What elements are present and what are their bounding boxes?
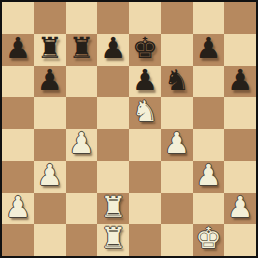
square-h6[interactable]: ♟: [224, 66, 256, 98]
square-a6[interactable]: [2, 66, 34, 98]
square-c7[interactable]: ♜: [66, 34, 98, 66]
square-h8[interactable]: [224, 2, 256, 34]
piece-black-pawn[interactable]: ♟: [37, 65, 63, 97]
square-a1[interactable]: [2, 224, 34, 256]
piece-white-pawn[interactable]: ♟: [37, 160, 63, 192]
square-d5[interactable]: [97, 97, 129, 129]
chess-board-frame: ♟♜♜♟♚♟♟♟♞♟♞♟♟♟♟♟♜♟♜♚: [0, 0, 258, 258]
square-a7[interactable]: ♟: [2, 34, 34, 66]
square-d8[interactable]: [97, 2, 129, 34]
square-h5[interactable]: [224, 97, 256, 129]
piece-black-pawn[interactable]: ♟: [195, 33, 221, 65]
square-a4[interactable]: [2, 129, 34, 161]
square-f4[interactable]: ♟: [161, 129, 193, 161]
square-c6[interactable]: [66, 66, 98, 98]
square-c8[interactable]: [66, 2, 98, 34]
square-g6[interactable]: [193, 66, 225, 98]
square-b6[interactable]: ♟: [34, 66, 66, 98]
piece-black-rook[interactable]: ♜: [37, 33, 63, 65]
piece-white-pawn[interactable]: ♟: [227, 192, 253, 224]
square-h7[interactable]: [224, 34, 256, 66]
square-d7[interactable]: ♟: [97, 34, 129, 66]
square-e2[interactable]: [129, 193, 161, 225]
piece-black-pawn[interactable]: ♟: [100, 33, 126, 65]
square-e1[interactable]: [129, 224, 161, 256]
square-e8[interactable]: [129, 2, 161, 34]
piece-black-pawn[interactable]: ♟: [132, 65, 158, 97]
chess-board: ♟♜♜♟♚♟♟♟♞♟♞♟♟♟♟♟♜♟♜♚: [2, 2, 256, 256]
square-g5[interactable]: [193, 97, 225, 129]
square-g7[interactable]: ♟: [193, 34, 225, 66]
piece-white-rook[interactable]: ♜: [100, 192, 126, 224]
piece-white-pawn[interactable]: ♟: [5, 192, 31, 224]
square-a5[interactable]: [2, 97, 34, 129]
square-b7[interactable]: ♜: [34, 34, 66, 66]
square-h1[interactable]: [224, 224, 256, 256]
square-f7[interactable]: [161, 34, 193, 66]
square-f6[interactable]: ♞: [161, 66, 193, 98]
square-b1[interactable]: [34, 224, 66, 256]
piece-white-pawn[interactable]: ♟: [164, 128, 190, 160]
square-c4[interactable]: ♟: [66, 129, 98, 161]
piece-white-rook[interactable]: ♜: [100, 223, 126, 255]
square-c2[interactable]: [66, 193, 98, 225]
square-h4[interactable]: [224, 129, 256, 161]
square-f3[interactable]: [161, 161, 193, 193]
square-f1[interactable]: [161, 224, 193, 256]
piece-black-pawn[interactable]: ♟: [5, 33, 31, 65]
square-h2[interactable]: ♟: [224, 193, 256, 225]
square-d3[interactable]: [97, 161, 129, 193]
square-e5[interactable]: ♞: [129, 97, 161, 129]
square-c5[interactable]: [66, 97, 98, 129]
square-a8[interactable]: [2, 2, 34, 34]
square-f5[interactable]: [161, 97, 193, 129]
square-e4[interactable]: [129, 129, 161, 161]
square-b5[interactable]: [34, 97, 66, 129]
square-e7[interactable]: ♚: [129, 34, 161, 66]
square-g4[interactable]: [193, 129, 225, 161]
square-b4[interactable]: [34, 129, 66, 161]
piece-black-king[interactable]: ♚: [132, 33, 158, 65]
square-g1[interactable]: ♚: [193, 224, 225, 256]
square-g2[interactable]: [193, 193, 225, 225]
piece-black-rook[interactable]: ♜: [68, 33, 94, 65]
square-d1[interactable]: ♜: [97, 224, 129, 256]
square-b3[interactable]: ♟: [34, 161, 66, 193]
piece-white-knight[interactable]: ♞: [132, 96, 158, 128]
square-h3[interactable]: [224, 161, 256, 193]
piece-black-pawn[interactable]: ♟: [227, 65, 253, 97]
piece-white-pawn[interactable]: ♟: [195, 160, 221, 192]
piece-white-pawn[interactable]: ♟: [68, 128, 94, 160]
square-d4[interactable]: [97, 129, 129, 161]
square-f8[interactable]: [161, 2, 193, 34]
square-g8[interactable]: [193, 2, 225, 34]
square-f2[interactable]: [161, 193, 193, 225]
square-a3[interactable]: [2, 161, 34, 193]
piece-black-knight[interactable]: ♞: [164, 65, 190, 97]
piece-white-king[interactable]: ♚: [195, 223, 221, 255]
square-d2[interactable]: ♜: [97, 193, 129, 225]
square-b8[interactable]: [34, 2, 66, 34]
square-b2[interactable]: [34, 193, 66, 225]
square-d6[interactable]: [97, 66, 129, 98]
square-e3[interactable]: [129, 161, 161, 193]
square-c3[interactable]: [66, 161, 98, 193]
square-g3[interactable]: ♟: [193, 161, 225, 193]
square-a2[interactable]: ♟: [2, 193, 34, 225]
square-c1[interactable]: [66, 224, 98, 256]
square-e6[interactable]: ♟: [129, 66, 161, 98]
